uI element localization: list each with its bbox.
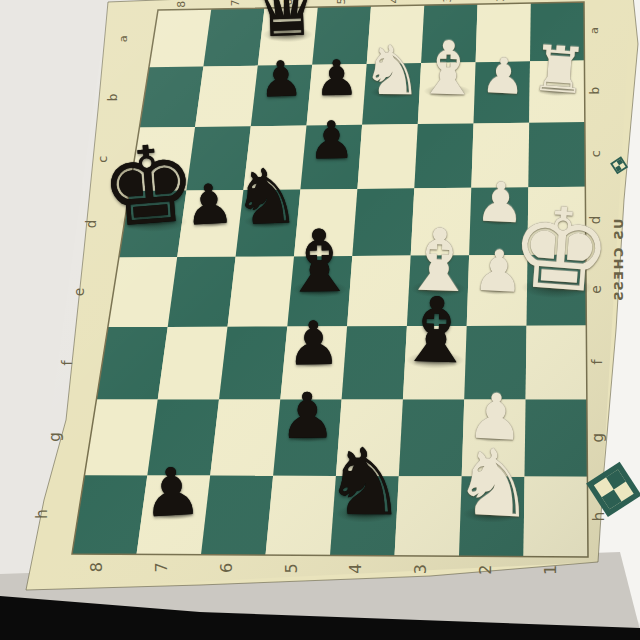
file-label-left-a: a <box>117 35 130 42</box>
file-label-left-g: g <box>46 432 64 442</box>
piece-white-knight-h2[interactable]: ♞ <box>451 436 538 532</box>
rank-label-top-7: 7 <box>229 0 242 7</box>
file-label-left-e: e <box>71 288 87 297</box>
piece-black-pawn-d7[interactable]: ♟ <box>183 176 235 234</box>
file-label-left-d: d <box>84 220 99 228</box>
rank-label-top-1: 1 <box>547 0 560 1</box>
rank-label-bottom-6: 6 <box>217 563 236 573</box>
piece-black-queen-a6[interactable]: ♛ <box>250 0 324 50</box>
rank-label-bottom-8: 8 <box>87 562 106 572</box>
rank-label-top-3: 3 <box>441 0 454 3</box>
rank-label-bottom-3: 3 <box>411 564 430 574</box>
piece-black-knight-h4[interactable]: ♞ <box>324 437 407 530</box>
piece-black-pawn-b6[interactable]: ♟ <box>258 54 304 105</box>
piece-black-bishop-e5[interactable]: ♝ <box>280 218 358 305</box>
rank-label-bottom-2: 2 <box>476 564 495 574</box>
rank-label-bottom-5: 5 <box>282 563 301 573</box>
rank-label-top-2: 2 <box>494 0 507 2</box>
piece-black-pawn-b5[interactable]: ♟ <box>314 54 359 104</box>
rank-label-bottom-4: 4 <box>346 564 365 574</box>
rank-label-top-8: 8 <box>175 1 188 8</box>
file-label-left-b: b <box>106 94 120 102</box>
piece-black-pawn-c5[interactable]: ♟ <box>308 114 355 167</box>
piece-black-bishop-f3[interactable]: ♝ <box>395 285 478 377</box>
piece-white-king-e1[interactable]: ♚ <box>506 190 615 310</box>
piece-white-rook-b1[interactable]: ♜ <box>529 37 590 104</box>
piece-white-bishop-b3[interactable]: ♝ <box>414 30 483 106</box>
file-label-right-g: g <box>589 433 607 443</box>
file-label-right-c: c <box>588 150 603 157</box>
rank-label-top-5: 5 <box>335 0 348 5</box>
file-label-right-a: a <box>588 27 601 34</box>
rank-label-top-4: 4 <box>388 0 401 4</box>
file-label-right-b: b <box>588 87 602 95</box>
us-chess-logo-text: US CHESS <box>611 219 626 303</box>
piece-white-pawn-b2[interactable]: ♟ <box>480 51 526 102</box>
file-label-right-h: h <box>589 512 608 522</box>
piece-black-pawn-h7[interactable]: ♟ <box>140 458 203 527</box>
rank-label-bottom-7: 7 <box>152 562 171 572</box>
rank-label-bottom-1: 1 <box>541 565 560 575</box>
board-photo: aabbccddeeffgghh8877665544332211US CHESS… <box>0 0 640 640</box>
file-label-left-h: h <box>32 509 51 519</box>
piece-black-pawn-f5[interactable]: ♟ <box>286 312 341 373</box>
